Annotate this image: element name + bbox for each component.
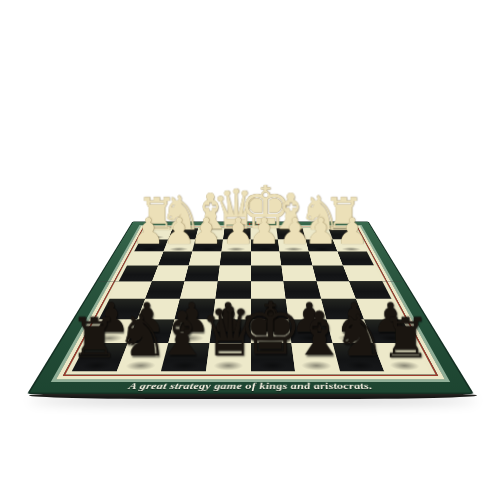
- square[interactable]: [152, 265, 189, 281]
- square[interactable]: [158, 252, 192, 266]
- playing-field: ♜♞♝♛♚♝♞♜♟♟♟♟♟♟♟♟♟♟♟♟♟♟♟♟♜♞♝♛♚♝♞♜: [65, 227, 435, 374]
- square[interactable]: ♜: [374, 343, 430, 371]
- border-cream-stripe: ♜♞♝♛♚♝♞♜♟♟♟♟♟♟♟♟♟♟♟♟♟♟♟♟♜♞♝♛♚♝♞♜: [56, 226, 445, 379]
- square[interactable]: ♟: [192, 239, 223, 251]
- piece-black-rook[interactable]: ♜: [381, 310, 430, 365]
- square[interactable]: [281, 265, 316, 281]
- fold-seam: [99, 281, 403, 282]
- piece-white-pawn[interactable]: ♟: [132, 213, 164, 249]
- tagline-text: A great strategy game of kings and arist…: [30, 381, 470, 392]
- square[interactable]: [343, 265, 382, 281]
- piece-white-pawn[interactable]: ♟: [336, 213, 368, 249]
- square[interactable]: [189, 252, 222, 266]
- square[interactable]: [251, 252, 282, 266]
- square[interactable]: ♟: [305, 239, 337, 251]
- square[interactable]: ♟: [221, 239, 250, 251]
- piece-white-pawn[interactable]: ♟: [248, 213, 280, 249]
- square[interactable]: ♚: [251, 343, 296, 371]
- piece-black-rook[interactable]: ♜: [70, 310, 119, 365]
- square[interactable]: [218, 265, 251, 281]
- square[interactable]: [251, 265, 284, 281]
- square[interactable]: [220, 252, 251, 266]
- chess-board: CHESS A great strategy game of kings and…: [27, 221, 474, 394]
- square[interactable]: [338, 252, 374, 266]
- board-grid: ♜♞♝♛♚♝♞♜♟♟♟♟♟♟♟♟♟♟♟♟♟♟♟♟♜♞♝♛♚♝♞♜: [72, 228, 429, 371]
- square[interactable]: [280, 252, 313, 266]
- square[interactable]: [185, 265, 220, 281]
- piece-white-pawn[interactable]: ♟: [304, 213, 336, 249]
- square[interactable]: ♝: [292, 343, 340, 371]
- piece-white-pawn[interactable]: ♟: [190, 213, 222, 249]
- border-green-stripe: ♜♞♝♛♚♝♞♜♟♟♟♟♟♟♟♟♟♟♟♟♟♟♟♟♜♞♝♛♚♝♞♜: [51, 225, 450, 382]
- square[interactable]: ♞: [333, 343, 385, 371]
- piece-black-knight[interactable]: ♞: [333, 307, 385, 365]
- border-red-pinstripe: ♜♞♝♛♚♝♞♜♟♟♟♟♟♟♟♟♟♟♟♟♟♟♟♟♜♞♝♛♚♝♞♜: [63, 227, 438, 376]
- chess-set-photo: CHESS A great strategy game of kings and…: [0, 0, 500, 500]
- square[interactable]: ♟: [251, 239, 280, 251]
- square[interactable]: ♟: [333, 239, 367, 251]
